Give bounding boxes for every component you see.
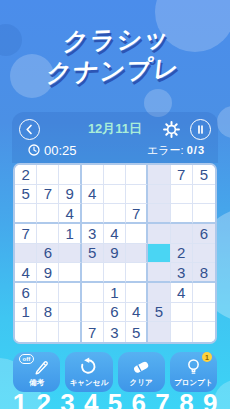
cell-r2c5[interactable] xyxy=(104,185,126,205)
cell-r3c5[interactable] xyxy=(104,204,126,224)
notes-label: 備考 xyxy=(29,378,44,388)
game-date: 12月11日 xyxy=(12,120,218,138)
notes-button[interactable]: off 備考 xyxy=(13,352,60,392)
numpad-1[interactable]: 1 xyxy=(8,390,32,409)
cell-r8c4[interactable] xyxy=(82,303,104,323)
lightbulb-icon xyxy=(184,357,203,376)
cell-r7c6[interactable] xyxy=(126,283,148,303)
cell-r1c6[interactable] xyxy=(126,165,148,185)
cell-r1c1[interactable]: 2 xyxy=(15,165,37,185)
cell-r6c9[interactable]: 8 xyxy=(193,263,215,283)
cell-r9c7[interactable] xyxy=(148,322,170,342)
cell-r1c7[interactable] xyxy=(148,165,170,185)
cell-r4c5[interactable]: 4 xyxy=(104,224,126,244)
cell-r4c2[interactable] xyxy=(37,224,59,244)
cell-r9c8[interactable] xyxy=(171,322,193,342)
cell-r6c2[interactable]: 9 xyxy=(37,263,59,283)
decor-circle xyxy=(217,106,230,138)
cell-r4c4[interactable]: 3 xyxy=(82,224,104,244)
cell-r7c9[interactable] xyxy=(193,283,215,303)
cell-r7c5[interactable]: 1 xyxy=(104,283,126,303)
clear-button[interactable]: クリア xyxy=(118,352,165,392)
cell-r5c2[interactable]: 6 xyxy=(37,244,59,264)
app-title: クラシッ クナンプレ xyxy=(0,20,230,90)
cell-r9c5[interactable]: 3 xyxy=(104,322,126,342)
cell-r2c1[interactable]: 5 xyxy=(15,185,37,205)
cell-r5c6[interactable] xyxy=(126,244,148,264)
cell-r6c6[interactable] xyxy=(126,263,148,283)
numpad-6[interactable]: 6 xyxy=(127,390,151,409)
numpad-8[interactable]: 8 xyxy=(174,390,198,409)
cell-r3c7[interactable] xyxy=(148,204,170,224)
cell-r3c9[interactable] xyxy=(193,204,215,224)
cell-r2c4[interactable]: 4 xyxy=(82,185,104,205)
error-counter: エラー: 0/3 xyxy=(147,143,205,158)
cell-r6c7[interactable] xyxy=(148,263,170,283)
cell-r2c7[interactable] xyxy=(148,185,170,205)
cell-r3c2[interactable] xyxy=(37,204,59,224)
undo-label: キャンセル xyxy=(70,378,108,388)
numpad-3[interactable]: 3 xyxy=(56,390,80,409)
cell-r8c9[interactable] xyxy=(193,303,215,323)
toolbar: off 備考 キャンセル xyxy=(13,352,217,392)
cell-r2c6[interactable] xyxy=(126,185,148,205)
cell-r5c9[interactable] xyxy=(193,244,215,264)
cell-r6c8[interactable]: 3 xyxy=(171,263,193,283)
cell-r9c3[interactable] xyxy=(59,322,81,342)
cell-r4c8[interactable] xyxy=(171,224,193,244)
numberpad: 123456789 xyxy=(8,390,222,409)
clock-icon xyxy=(28,144,40,156)
app-background: クラシッ クナンプレ 12月11日 xyxy=(0,0,230,409)
cell-r7c1[interactable]: 6 xyxy=(15,283,37,303)
cell-r7c4[interactable] xyxy=(82,283,104,303)
cell-r5c7[interactable] xyxy=(148,244,170,264)
cell-r3c3[interactable]: 4 xyxy=(59,204,81,224)
cell-r3c8[interactable] xyxy=(171,204,193,224)
cell-r9c4[interactable]: 7 xyxy=(82,322,104,342)
numpad-9[interactable]: 9 xyxy=(198,390,222,409)
cell-r8c2[interactable]: 8 xyxy=(37,303,59,323)
cell-r2c2[interactable]: 7 xyxy=(37,185,59,205)
cell-r6c4[interactable] xyxy=(82,263,104,283)
cell-r1c2[interactable] xyxy=(37,165,59,185)
cell-r1c8[interactable]: 7 xyxy=(171,165,193,185)
cell-r8c3[interactable] xyxy=(59,303,81,323)
cell-r1c9[interactable]: 5 xyxy=(193,165,215,185)
cell-r9c6[interactable]: 5 xyxy=(126,322,148,342)
cell-r9c1[interactable] xyxy=(15,322,37,342)
cell-r3c1[interactable] xyxy=(15,204,37,224)
cell-r6c1[interactable]: 4 xyxy=(15,263,37,283)
error-label: エラー: xyxy=(147,144,184,156)
cell-r5c5[interactable]: 9 xyxy=(104,244,126,264)
cell-r7c3[interactable] xyxy=(59,283,81,303)
cell-r5c4[interactable]: 5 xyxy=(82,244,104,264)
timer-text: 00:25 xyxy=(44,143,77,158)
cell-r5c1[interactable] xyxy=(15,244,37,264)
cell-r2c3[interactable]: 9 xyxy=(59,185,81,205)
cell-r1c4[interactable] xyxy=(82,165,104,185)
cell-r4c9[interactable]: 6 xyxy=(193,224,215,244)
cell-r1c3[interactable] xyxy=(59,165,81,185)
cell-r2c8[interactable] xyxy=(171,185,193,205)
cell-r3c6[interactable]: 7 xyxy=(126,204,148,224)
cell-r5c3[interactable] xyxy=(59,244,81,264)
cell-r7c2[interactable] xyxy=(37,283,59,303)
cell-r4c1[interactable]: 7 xyxy=(15,224,37,244)
cell-r8c8[interactable] xyxy=(171,303,193,323)
cell-r4c3[interactable]: 1 xyxy=(59,224,81,244)
undo-button[interactable]: キャンセル xyxy=(65,352,112,392)
numpad-7[interactable]: 7 xyxy=(151,390,175,409)
undo-icon xyxy=(79,357,98,376)
cell-r9c9[interactable] xyxy=(193,322,215,342)
hint-label: プロンプト xyxy=(174,378,212,388)
status-row: 00:25 エラー: 0/3 xyxy=(12,141,218,159)
cell-r1c5[interactable] xyxy=(104,165,126,185)
cell-r4c7[interactable] xyxy=(148,224,170,244)
cell-r8c7[interactable]: 5 xyxy=(148,303,170,323)
cell-r3c4[interactable] xyxy=(82,204,104,224)
cell-r4c6[interactable] xyxy=(126,224,148,244)
hint-button[interactable]: 1 プロンプト xyxy=(170,352,217,392)
cell-r8c6[interactable]: 4 xyxy=(126,303,148,323)
cell-r8c5[interactable]: 6 xyxy=(104,303,126,323)
header-row: 12月11日 xyxy=(12,116,218,142)
timer: 00:25 xyxy=(28,143,77,158)
sudoku-board: 275579447713466592493861418645735 xyxy=(13,163,217,344)
app-title-line2: クナンプレ xyxy=(0,51,230,90)
cell-r6c5[interactable] xyxy=(104,263,126,283)
clear-label: クリア xyxy=(130,378,153,388)
cell-r7c7[interactable] xyxy=(148,283,170,303)
cell-r2c9[interactable] xyxy=(193,185,215,205)
eraser-icon xyxy=(131,356,151,376)
cell-r9c2[interactable] xyxy=(37,322,59,342)
cell-r6c3[interactable] xyxy=(59,263,81,283)
error-value: 0/3 xyxy=(187,144,205,156)
cell-r7c8[interactable]: 4 xyxy=(171,283,193,303)
numpad-5[interactable]: 5 xyxy=(103,390,127,409)
cell-r5c8[interactable]: 2 xyxy=(171,244,193,264)
cell-r8c1[interactable]: 1 xyxy=(15,303,37,323)
numpad-4[interactable]: 4 xyxy=(79,390,103,409)
numpad-2[interactable]: 2 xyxy=(32,390,56,409)
pencil-icon xyxy=(32,357,50,375)
